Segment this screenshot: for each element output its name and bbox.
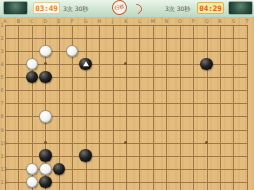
stones-grid: [0, 18, 254, 188]
black-byoyomi-label: 3次 30秒: [63, 5, 88, 14]
stone-black-G4: [79, 58, 91, 70]
stone-black-Q4: [200, 58, 212, 70]
white-clock: 04:29: [197, 2, 224, 14]
last-move-triangle-icon: [83, 61, 89, 66]
stone-white-D8: [39, 110, 51, 122]
black-player-avatar[interactable]: [3, 1, 28, 15]
star-point-K10: [124, 141, 127, 144]
stone-black-C5: [26, 71, 38, 83]
star-point-K4: [124, 62, 127, 65]
stone-white-D3: [39, 45, 51, 57]
top-bar: 03:49 3次 30秒 行棋 3次 30秒 04:29: [0, 0, 254, 18]
star-point-D4: [44, 62, 47, 65]
stone-black-E12: [53, 163, 65, 175]
stone-white-F3: [66, 45, 78, 57]
stone-white-C4: [26, 58, 38, 70]
black-clock: 03:49: [33, 2, 60, 14]
turn-seal-icon: 行棋: [111, 0, 129, 16]
seal-swoosh-icon: [130, 2, 144, 16]
star-point-Q10: [205, 141, 208, 144]
star-point-D10: [44, 141, 47, 144]
stone-black-D13: [39, 176, 51, 188]
stone-black-G11: [79, 149, 91, 161]
white-player-avatar[interactable]: [228, 1, 253, 15]
stone-black-D5: [39, 71, 51, 83]
white-byoyomi-label: 3次 30秒: [165, 5, 190, 14]
stone-white-C12: [26, 163, 38, 175]
stone-black-D11: [39, 149, 51, 161]
go-board[interactable]: ABCDEFGHJKLMNOPQRST12345678910111213: [0, 17, 254, 190]
stone-white-C13: [26, 176, 38, 188]
go-app-window: 03:49 3次 30秒 行棋 3次 30秒 04:29 ABCDEFGHJKL…: [0, 0, 254, 190]
stone-white-D12: [39, 163, 51, 175]
